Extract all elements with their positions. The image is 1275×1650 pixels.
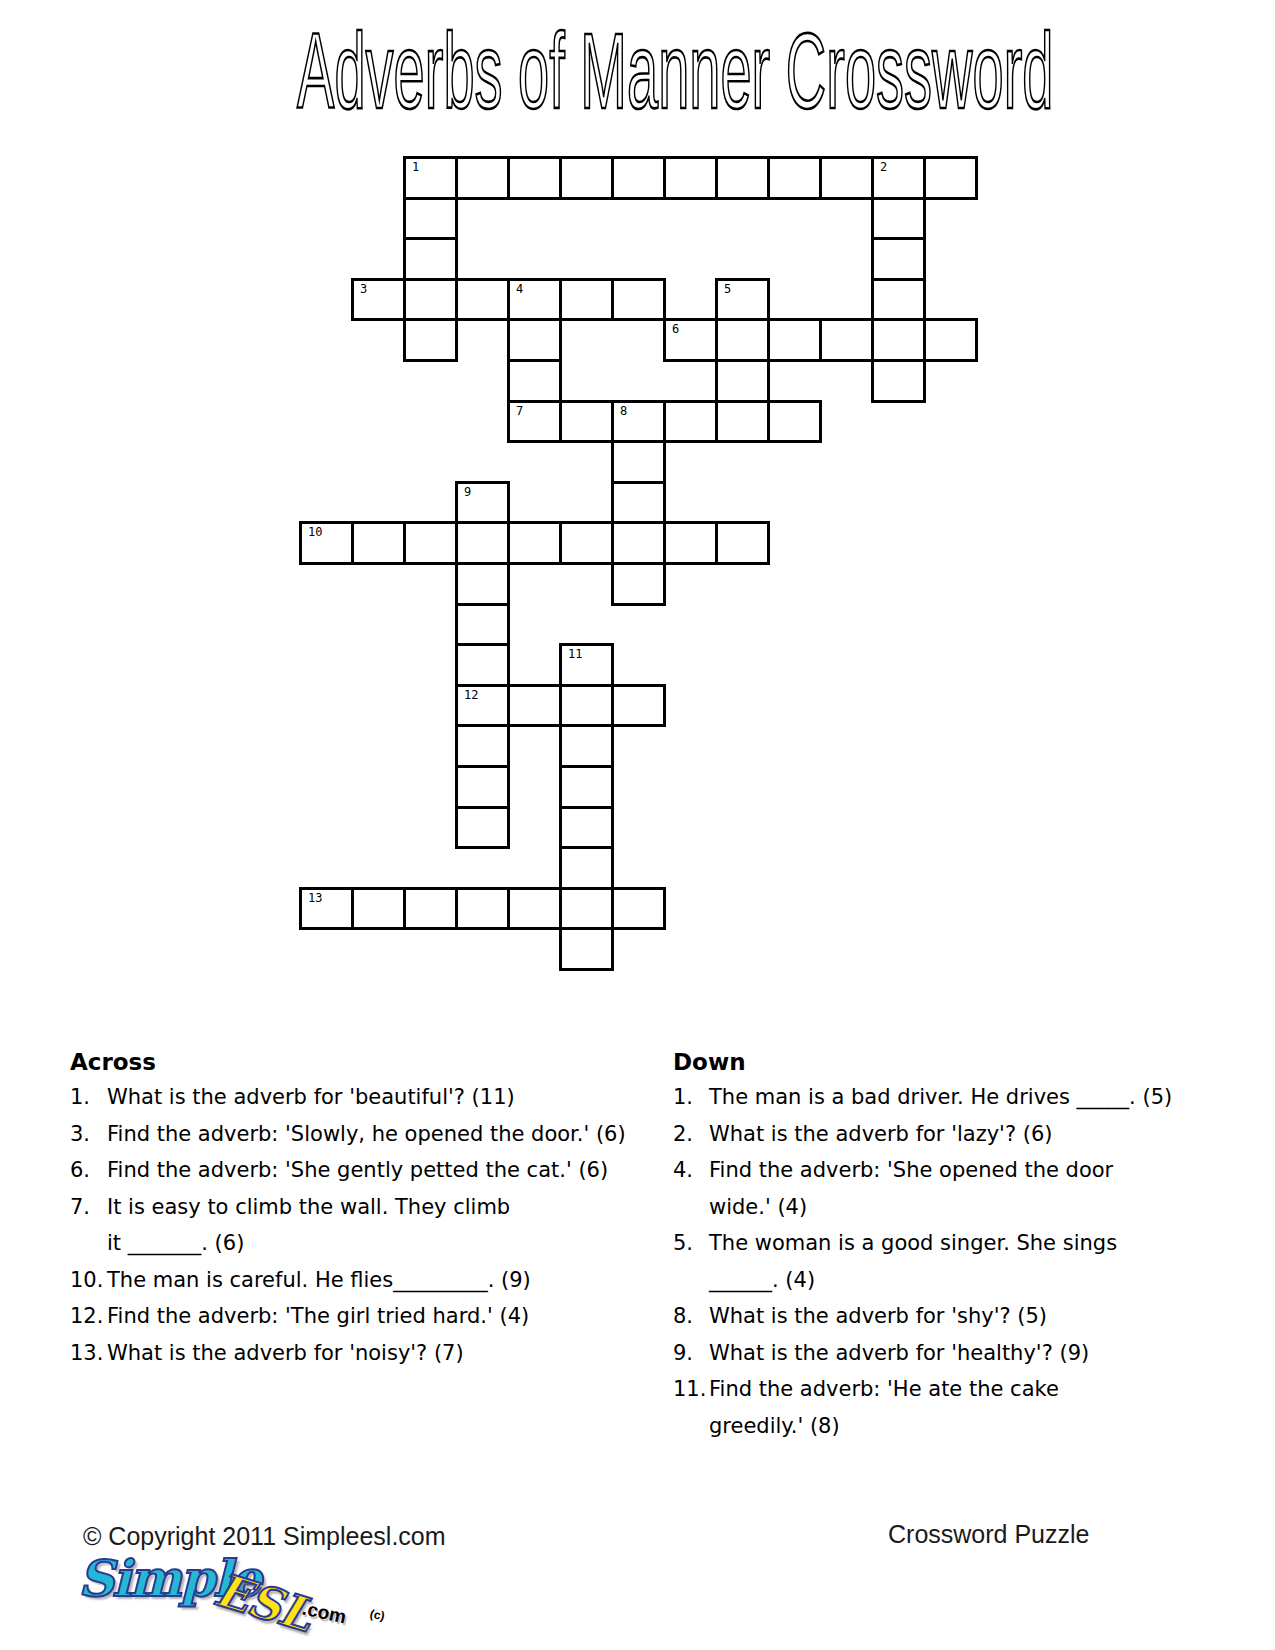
grid-cell-r11c3[interactable] [455, 603, 510, 647]
across-clue-number: 10. [70, 1262, 107, 1299]
across-clue-text: What is the adverb for 'noisy'? (7) [107, 1335, 464, 1372]
clue-number-13: 13 [308, 891, 322, 905]
down-clue-4: 4.Find the adverb: 'She opened the door … [673, 1152, 1253, 1225]
grid-cell-r6c5[interactable] [559, 400, 614, 444]
down-clue-1: 1.The man is a bad driver. He drives ___… [673, 1079, 1253, 1116]
grid-cell-r0c9[interactable] [767, 156, 822, 200]
grid-cell-r9c1[interactable] [351, 521, 406, 565]
grid-cell-r13c3[interactable]: 12 [455, 684, 510, 728]
clue-number-8: 8 [620, 404, 627, 418]
grid-cell-r18c0[interactable]: 13 [299, 887, 354, 931]
across-clue-12: 12.Find the adverb: 'The girl tried hard… [70, 1298, 665, 1335]
grid-cell-r18c4[interactable] [507, 887, 562, 931]
across-clue-text: It is easy to climb the wall. They climb… [107, 1189, 510, 1262]
grid-cell-r3c11[interactable] [871, 278, 926, 322]
down-clue-number: 11. [673, 1371, 709, 1444]
down-clues-section: Down 1.The man is a bad driver. He drive… [673, 1046, 1253, 1444]
grid-cell-r15c3[interactable] [455, 765, 510, 809]
grid-cell-r0c11[interactable]: 2 [871, 156, 926, 200]
logo-copyright-mark: (c) [369, 1607, 386, 1624]
clue-number-10: 10 [308, 525, 322, 539]
across-clue-1: 1.What is the adverb for 'beautiful'? (1… [70, 1079, 665, 1116]
clue-number-11: 11 [568, 647, 582, 661]
down-clue-text: What is the adverb for 'shy'? (5) [709, 1298, 1047, 1335]
grid-cell-r18c1[interactable] [351, 887, 406, 931]
down-clue-text: Find the adverb: 'She opened the door wi… [709, 1152, 1113, 1225]
grid-cell-r4c2[interactable] [403, 318, 458, 362]
clue-number-9: 9 [464, 485, 471, 499]
grid-cell-r0c3[interactable] [455, 156, 510, 200]
down-clue-text: What is the adverb for 'lazy'? (6) [709, 1116, 1052, 1153]
grid-cell-r0c7[interactable] [663, 156, 718, 200]
across-clue-6: 6.Find the adverb: 'She gently petted th… [70, 1152, 665, 1189]
down-clue-number: 1. [673, 1079, 709, 1116]
grid-cell-r3c1[interactable]: 3 [351, 278, 406, 322]
clue-number-2: 2 [880, 160, 887, 174]
across-clue-number: 1. [70, 1079, 107, 1116]
document-type-label: Crossword Puzzle [888, 1520, 1089, 1549]
across-clue-text: Find the adverb: 'The girl tried hard.' … [107, 1298, 529, 1335]
down-clue-5: 5.The woman is a good singer. She sings … [673, 1225, 1253, 1298]
grid-cell-r4c12[interactable] [923, 318, 978, 362]
logo-esl-text: ESL [209, 1564, 317, 1640]
grid-cell-r6c6[interactable]: 8 [611, 400, 666, 444]
grid-cell-r16c3[interactable] [455, 806, 510, 850]
across-clue-number: 3. [70, 1116, 107, 1153]
grid-cell-r3c4[interactable]: 4 [507, 278, 562, 322]
grid-cell-r10c6[interactable] [611, 562, 666, 606]
grid-cell-r3c5[interactable] [559, 278, 614, 322]
grid-cell-r6c4[interactable]: 7 [507, 400, 562, 444]
grid-cell-r1c11[interactable] [871, 197, 926, 241]
grid-cell-r16c5[interactable] [559, 806, 614, 850]
across-clue-7: 7.It is easy to climb the wall. They cli… [70, 1189, 665, 1262]
grid-cell-r17c5[interactable] [559, 846, 614, 890]
page-title-text: Adverbs of Manner Crossword [297, 16, 1053, 124]
across-clue-text: Find the adverb: 'Slowly, he opened the … [107, 1116, 626, 1153]
down-clue-number: 2. [673, 1116, 709, 1153]
down-clue-text: What is the adverb for 'healthy'? (9) [709, 1335, 1089, 1372]
across-clue-3: 3.Find the adverb: 'Slowly, he opened th… [70, 1116, 665, 1153]
grid-cell-r0c6[interactable] [611, 156, 666, 200]
clue-number-5: 5 [724, 282, 731, 296]
grid-cell-r1c2[interactable] [403, 197, 458, 241]
grid-cell-r3c3[interactable] [455, 278, 510, 322]
grid-cell-r4c7[interactable]: 6 [663, 318, 718, 362]
grid-cell-r4c4[interactable] [507, 318, 562, 362]
crossword-grid: 12345678910111213 [299, 156, 975, 968]
across-clues-section: Across 1.What is the adverb for 'beautif… [70, 1046, 665, 1371]
grid-cell-r5c8[interactable] [715, 359, 770, 403]
down-clue-11: 11.Find the adverb: 'He ate the cake gre… [673, 1371, 1253, 1444]
grid-cell-r6c7[interactable] [663, 400, 718, 444]
grid-cell-r0c4[interactable] [507, 156, 562, 200]
across-clue-text: What is the adverb for 'beautiful'? (11) [107, 1079, 515, 1116]
down-clue-number: 5. [673, 1225, 709, 1298]
down-clue-9: 9.What is the adverb for 'healthy'? (9) [673, 1335, 1253, 1372]
across-clue-list: 1.What is the adverb for 'beautiful'? (1… [70, 1079, 665, 1371]
clue-number-7: 7 [516, 404, 523, 418]
grid-cell-r18c3[interactable] [455, 887, 510, 931]
down-clue-list: 1.The man is a bad driver. He drives ___… [673, 1079, 1253, 1444]
grid-cell-r4c8[interactable] [715, 318, 770, 362]
grid-cell-r9c7[interactable] [663, 521, 718, 565]
grid-cell-r6c9[interactable] [767, 400, 822, 444]
grid-cell-r10c3[interactable] [455, 562, 510, 606]
grid-cell-r14c5[interactable] [559, 724, 614, 768]
grid-cell-r9c4[interactable] [507, 521, 562, 565]
grid-cell-r12c5[interactable]: 11 [559, 643, 614, 687]
clue-number-1: 1 [412, 160, 419, 174]
grid-cell-r15c5[interactable] [559, 765, 614, 809]
grid-cell-r4c10[interactable] [819, 318, 874, 362]
grid-cell-r3c8[interactable]: 5 [715, 278, 770, 322]
page-title: Adverbs of Manner Crossword [0, 16, 1220, 116]
grid-cell-r4c11[interactable] [871, 318, 926, 362]
grid-cell-r18c2[interactable] [403, 887, 458, 931]
across-clue-number: 13. [70, 1335, 107, 1372]
grid-cell-r3c2[interactable] [403, 278, 458, 322]
grid-cell-r3c6[interactable] [611, 278, 666, 322]
grid-cell-r18c5[interactable] [559, 887, 614, 931]
grid-cell-r8c6[interactable] [611, 481, 666, 525]
grid-cell-r9c6[interactable] [611, 521, 666, 565]
grid-cell-r14c3[interactable] [455, 724, 510, 768]
down-clue-text: The woman is a good singer. She sings __… [709, 1225, 1117, 1298]
simpleesl-logo: Simple ESL .com (c) [78, 1550, 418, 1640]
clue-number-12: 12 [464, 688, 478, 702]
grid-cell-r19c5[interactable] [559, 927, 614, 971]
down-clue-number: 9. [673, 1335, 709, 1372]
across-clue-number: 7. [70, 1189, 107, 1262]
down-clue-number: 4. [673, 1152, 709, 1225]
clue-number-6: 6 [672, 322, 679, 336]
across-clue-text: Find the adverb: 'She gently petted the … [107, 1152, 608, 1189]
down-clue-2: 2.What is the adverb for 'lazy'? (6) [673, 1116, 1253, 1153]
clue-number-3: 3 [360, 282, 367, 296]
down-clue-text: Find the adverb: 'He ate the cake greedi… [709, 1371, 1059, 1444]
grid-cell-r0c10[interactable] [819, 156, 874, 200]
grid-cell-r9c5[interactable] [559, 521, 614, 565]
down-clue-8: 8.What is the adverb for 'shy'? (5) [673, 1298, 1253, 1335]
worksheet-page: Adverbs of Manner Crossword 123456789101… [0, 0, 1275, 1650]
across-header: Across [70, 1046, 665, 1079]
grid-cell-r13c5[interactable] [559, 684, 614, 728]
grid-cell-r8c3[interactable]: 9 [455, 481, 510, 525]
grid-cell-r5c11[interactable] [871, 359, 926, 403]
grid-cell-r0c12[interactable] [923, 156, 978, 200]
grid-cell-r2c2[interactable] [403, 237, 458, 281]
grid-cell-r4c9[interactable] [767, 318, 822, 362]
across-clue-10: 10.The man is careful. He flies_________… [70, 1262, 665, 1299]
across-clue-13: 13.What is the adverb for 'noisy'? (7) [70, 1335, 665, 1372]
grid-cell-r9c0[interactable]: 10 [299, 521, 354, 565]
grid-cell-r13c4[interactable] [507, 684, 562, 728]
grid-cell-r13c6[interactable] [611, 684, 666, 728]
grid-cell-r18c6[interactable] [611, 887, 666, 931]
down-clue-number: 8. [673, 1298, 709, 1335]
copyright-text: © Copyright 2011 Simpleesl.com [83, 1522, 446, 1551]
across-clue-text: The man is careful. He flies_________. (… [107, 1262, 531, 1299]
down-header: Down [673, 1046, 1253, 1079]
clue-number-4: 4 [516, 282, 523, 296]
grid-cell-r5c4[interactable] [507, 359, 562, 403]
grid-cell-r7c6[interactable] [611, 440, 666, 484]
grid-cell-r0c5[interactable] [559, 156, 614, 200]
grid-cell-r9c8[interactable] [715, 521, 770, 565]
grid-cell-r12c3[interactable] [455, 643, 510, 687]
grid-cell-r0c8[interactable] [715, 156, 770, 200]
down-clue-text: The man is a bad driver. He drives _____… [709, 1079, 1172, 1116]
grid-cell-r0c2[interactable]: 1 [403, 156, 458, 200]
grid-cell-r2c11[interactable] [871, 237, 926, 281]
grid-cell-r6c8[interactable] [715, 400, 770, 444]
across-clue-number: 12. [70, 1298, 107, 1335]
across-clue-number: 6. [70, 1152, 107, 1189]
grid-cell-r9c2[interactable] [403, 521, 458, 565]
grid-cell-r9c3[interactable] [455, 521, 510, 565]
